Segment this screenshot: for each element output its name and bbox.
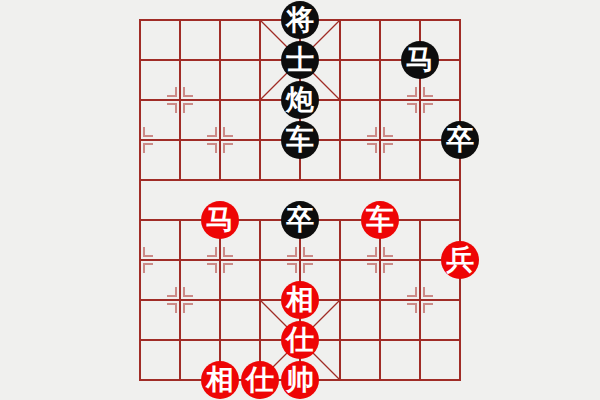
xiangqi-screenshot: 将士马炮车卒马卒车兵相仕相仕帅 [0, 0, 600, 400]
black-chariot-piece[interactable]: 车 [281, 121, 319, 159]
red-general-piece[interactable]: 帅 [281, 361, 319, 399]
red-horse-piece[interactable]: 马 [201, 201, 239, 239]
red-advisor-piece[interactable]: 仕 [281, 321, 319, 359]
black-soldier-piece[interactable]: 卒 [281, 201, 319, 239]
red-elephant-piece[interactable]: 相 [201, 361, 239, 399]
red-elephant-piece[interactable]: 相 [281, 281, 319, 319]
black-general-piece[interactable]: 将 [281, 1, 319, 39]
black-advisor-piece[interactable]: 士 [281, 41, 319, 79]
black-horse-piece[interactable]: 马 [401, 41, 439, 79]
red-chariot-piece[interactable]: 车 [361, 201, 399, 239]
red-soldier-piece[interactable]: 兵 [441, 241, 479, 279]
xiangqi-board[interactable]: 将士马炮车卒马卒车兵相仕相仕帅 [120, 0, 480, 400]
black-cannon-piece[interactable]: 炮 [281, 81, 319, 119]
red-advisor-piece[interactable]: 仕 [241, 361, 279, 399]
black-soldier-piece[interactable]: 卒 [441, 121, 479, 159]
